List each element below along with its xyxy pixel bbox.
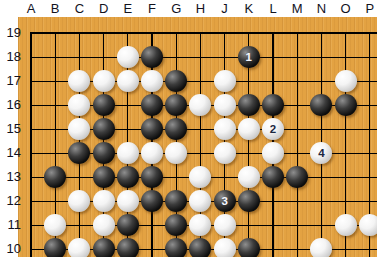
col-label-P: P — [359, 1, 377, 17]
row-label-13: 13 — [0, 169, 21, 185]
stone-black-J12[interactable]: 3 — [214, 190, 236, 212]
grid-vline-M — [297, 32, 298, 257]
stone-black-E11[interactable] — [117, 214, 139, 236]
stone-white-O17[interactable] — [335, 70, 357, 92]
stone-white-P11[interactable] — [359, 214, 377, 236]
row-label-14: 14 — [0, 145, 21, 161]
stone-black-K18[interactable]: 1 — [238, 46, 260, 68]
stone-white-C10[interactable] — [68, 238, 90, 257]
move-number-1: 1 — [246, 52, 252, 64]
stone-white-E18[interactable] — [117, 46, 139, 68]
col-label-L: L — [262, 1, 284, 17]
col-label-K: K — [238, 1, 260, 17]
col-label-N: N — [310, 1, 332, 17]
stone-white-E17[interactable] — [117, 70, 139, 92]
col-label-G: G — [165, 1, 187, 17]
row-label-16: 16 — [0, 97, 21, 113]
go-diagram: 1243 ABCDEFGHJKLMNOP 1918171615141312111… — [0, 0, 377, 257]
row-label-11: 11 — [0, 217, 21, 233]
grid-hline-19 — [30, 32, 377, 34]
stone-white-O11[interactable] — [335, 214, 357, 236]
row-label-19: 19 — [0, 25, 21, 41]
stone-white-K13[interactable] — [238, 166, 260, 188]
stone-black-O16[interactable] — [335, 94, 357, 116]
row-label-15: 15 — [0, 121, 21, 137]
stone-white-K15[interactable] — [238, 118, 260, 140]
col-label-M: M — [286, 1, 308, 17]
stone-black-D13[interactable] — [93, 166, 115, 188]
stone-white-D17[interactable] — [93, 70, 115, 92]
row-label-18: 18 — [0, 49, 21, 65]
col-label-O: O — [335, 1, 357, 17]
stone-black-D16[interactable] — [93, 94, 115, 116]
move-number-3: 3 — [221, 196, 227, 208]
stone-black-D14[interactable] — [93, 142, 115, 164]
stone-white-N10[interactable] — [310, 238, 332, 257]
col-label-B: B — [44, 1, 66, 17]
move-number-4: 4 — [318, 148, 324, 160]
col-label-D: D — [93, 1, 115, 17]
col-label-H: H — [189, 1, 211, 17]
col-label-A: A — [20, 1, 42, 17]
grid-hline-18 — [30, 57, 377, 58]
row-label-10: 10 — [0, 241, 21, 257]
stone-white-D11[interactable] — [93, 214, 115, 236]
stone-black-E13[interactable] — [117, 166, 139, 188]
col-label-C: C — [68, 1, 90, 17]
stone-black-D15[interactable] — [93, 118, 115, 140]
stone-black-E10[interactable] — [117, 238, 139, 257]
stone-white-E14[interactable] — [117, 142, 139, 164]
col-label-F: F — [141, 1, 163, 17]
stone-white-J16[interactable] — [214, 94, 236, 116]
col-label-E: E — [117, 1, 139, 17]
grid-vline-A — [30, 32, 32, 257]
stone-black-K10[interactable] — [238, 238, 260, 257]
stone-black-K12[interactable] — [238, 190, 260, 212]
row-label-12: 12 — [0, 193, 21, 209]
stone-black-H10[interactable] — [189, 238, 211, 257]
stone-black-D10[interactable] — [93, 238, 115, 257]
row-label-17: 17 — [0, 73, 21, 89]
col-label-J: J — [214, 1, 236, 17]
stone-white-J15[interactable] — [214, 118, 236, 140]
stone-white-J11[interactable] — [214, 214, 236, 236]
stone-white-J10[interactable] — [214, 238, 236, 257]
stone-black-G10[interactable] — [165, 238, 187, 257]
stone-white-J17[interactable] — [214, 70, 236, 92]
stone-white-D12[interactable] — [93, 190, 115, 212]
stone-black-K16[interactable] — [238, 94, 260, 116]
stone-white-E12[interactable] — [117, 190, 139, 212]
stone-black-B10[interactable] — [44, 238, 66, 257]
stone-white-J14[interactable] — [214, 142, 236, 164]
move-number-2: 2 — [270, 124, 276, 136]
